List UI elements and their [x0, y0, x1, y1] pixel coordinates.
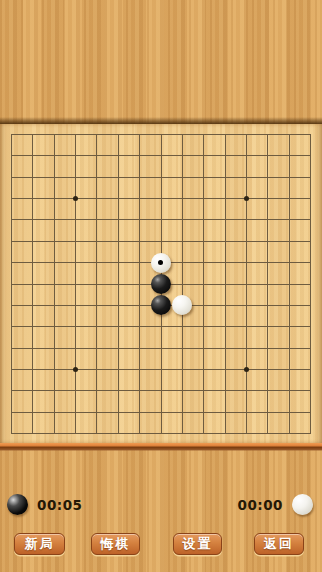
board-cell[interactable]: [65, 423, 86, 444]
board-cell[interactable]: [22, 423, 43, 444]
black-stone-icon: [7, 494, 28, 515]
board-cell[interactable]: [172, 124, 193, 145]
board-cell[interactable]: [1, 273, 22, 294]
board-cell[interactable]: [1, 145, 22, 166]
board-cell[interactable]: [236, 145, 257, 166]
board-cell[interactable]: [65, 145, 86, 166]
white-timer-text: 00:00: [238, 497, 283, 513]
board-cell[interactable]: [214, 188, 235, 209]
board-cell[interactable]: [257, 380, 278, 401]
board-cell[interactable]: [300, 337, 321, 358]
board-cell[interactable]: [278, 188, 299, 209]
board-cell[interactable]: [108, 273, 129, 294]
board-cell[interactable]: [108, 209, 129, 230]
board-cell[interactable]: [300, 231, 321, 252]
board-cell[interactable]: [300, 145, 321, 166]
board-cell[interactable]: [257, 401, 278, 422]
board-cell[interactable]: [22, 295, 43, 316]
bottom-panel: 00:05 00:00 新局 悔棋 设置 返回: [0, 451, 322, 572]
board-cell[interactable]: [257, 145, 278, 166]
board-cell[interactable]: [65, 188, 86, 209]
board-cell[interactable]: [300, 273, 321, 294]
board-cell[interactable]: [236, 188, 257, 209]
board-cell[interactable]: [236, 167, 257, 188]
board-cell[interactable]: [257, 209, 278, 230]
board-cell[interactable]: [86, 401, 107, 422]
board-cell[interactable]: [150, 337, 171, 358]
board-cell[interactable]: [278, 209, 299, 230]
board-cell[interactable]: [44, 145, 65, 166]
board-cell[interactable]: [44, 209, 65, 230]
board-cell[interactable]: [193, 145, 214, 166]
board-cell[interactable]: [22, 273, 43, 294]
board-cell[interactable]: [172, 401, 193, 422]
board-cell[interactable]: [193, 124, 214, 145]
board-cell[interactable]: [129, 124, 150, 145]
board-cell[interactable]: [86, 423, 107, 444]
board-cell[interactable]: [65, 359, 86, 380]
board-cell[interactable]: [257, 252, 278, 273]
board-cell[interactable]: [65, 167, 86, 188]
board-cell[interactable]: [172, 188, 193, 209]
board-cell[interactable]: [108, 423, 129, 444]
board-cell[interactable]: [214, 359, 235, 380]
board-cell[interactable]: [129, 380, 150, 401]
board-cell[interactable]: [86, 295, 107, 316]
undo-button[interactable]: 悔棋: [91, 533, 140, 555]
board-cell[interactable]: [129, 423, 150, 444]
board-cell[interactable]: [172, 423, 193, 444]
board-cell[interactable]: [44, 401, 65, 422]
board-cell[interactable]: [86, 273, 107, 294]
board-cell[interactable]: [44, 167, 65, 188]
board-cell[interactable]: [236, 337, 257, 358]
board-cell[interactable]: [150, 124, 171, 145]
board-cell[interactable]: [278, 337, 299, 358]
board-cell[interactable]: [236, 316, 257, 337]
board-cell[interactable]: [236, 359, 257, 380]
board-cell[interactable]: [214, 380, 235, 401]
board-cell[interactable]: [1, 401, 22, 422]
board-cell[interactable]: [172, 273, 193, 294]
board-cell[interactable]: [150, 316, 171, 337]
board-cell[interactable]: [108, 188, 129, 209]
board-cell[interactable]: [22, 337, 43, 358]
board-cell[interactable]: [150, 401, 171, 422]
board-cell[interactable]: [129, 273, 150, 294]
board-cell[interactable]: [257, 188, 278, 209]
board-cell[interactable]: [236, 380, 257, 401]
board-cell[interactable]: [300, 188, 321, 209]
board-cell[interactable]: [172, 252, 193, 273]
board-cell[interactable]: [22, 188, 43, 209]
board-cell[interactable]: [108, 295, 129, 316]
board-cell[interactable]: [172, 380, 193, 401]
board-cell[interactable]: [22, 252, 43, 273]
board-cell[interactable]: [193, 252, 214, 273]
board-cell[interactable]: [150, 252, 171, 273]
board-cell[interactable]: [172, 231, 193, 252]
board-cell[interactable]: [150, 295, 171, 316]
board-cell[interactable]: [150, 167, 171, 188]
board-cell[interactable]: [129, 252, 150, 273]
board-cell[interactable]: [1, 252, 22, 273]
board-cell[interactable]: [278, 252, 299, 273]
board-cell[interactable]: [22, 316, 43, 337]
board-cell[interactable]: [257, 337, 278, 358]
board-cell[interactable]: [193, 401, 214, 422]
board-cell[interactable]: [44, 273, 65, 294]
board-cell[interactable]: [172, 167, 193, 188]
board-cell[interactable]: [150, 145, 171, 166]
board-cell[interactable]: [129, 231, 150, 252]
board-cell[interactable]: [22, 231, 43, 252]
board-cell[interactable]: [278, 423, 299, 444]
board-cell[interactable]: [1, 295, 22, 316]
board-cell[interactable]: [65, 295, 86, 316]
board-cell[interactable]: [236, 423, 257, 444]
board-cell[interactable]: [86, 167, 107, 188]
board-cell[interactable]: [278, 401, 299, 422]
board-cell[interactable]: [150, 188, 171, 209]
board-cell[interactable]: [278, 295, 299, 316]
board-cell[interactable]: [278, 231, 299, 252]
board-cell[interactable]: [236, 273, 257, 294]
board-cell[interactable]: [193, 380, 214, 401]
board-cell[interactable]: [1, 359, 22, 380]
settings-button[interactable]: 设置: [173, 533, 222, 555]
board-cell[interactable]: [129, 188, 150, 209]
board-cell[interactable]: [257, 423, 278, 444]
board-cell[interactable]: [86, 188, 107, 209]
board-cell[interactable]: [65, 252, 86, 273]
board-cell[interactable]: [300, 209, 321, 230]
board-cell[interactable]: [108, 145, 129, 166]
board-cell[interactable]: [214, 209, 235, 230]
board-cell[interactable]: [172, 145, 193, 166]
board-cell[interactable]: [1, 188, 22, 209]
board-cell[interactable]: [86, 124, 107, 145]
board-cell[interactable]: [86, 380, 107, 401]
board-cell[interactable]: [1, 124, 22, 145]
black-player-timer: 00:05: [7, 494, 82, 515]
board-cell[interactable]: [150, 359, 171, 380]
board-cell[interactable]: [108, 359, 129, 380]
board-cell[interactable]: [44, 295, 65, 316]
board-cell[interactable]: [214, 252, 235, 273]
board-cell[interactable]: [193, 316, 214, 337]
board-cell[interactable]: [193, 209, 214, 230]
board-cell[interactable]: [44, 316, 65, 337]
board-cell[interactable]: [300, 401, 321, 422]
board-cell[interactable]: [44, 337, 65, 358]
board-cell[interactable]: [86, 209, 107, 230]
board-cell[interactable]: [193, 273, 214, 294]
board-cell[interactable]: [214, 401, 235, 422]
board-cell[interactable]: [257, 273, 278, 294]
board-cell[interactable]: [1, 423, 22, 444]
board-cell[interactable]: [22, 359, 43, 380]
black-stone: [151, 274, 171, 294]
board-cell[interactable]: [108, 167, 129, 188]
board-cell[interactable]: [129, 401, 150, 422]
board-cell[interactable]: [236, 295, 257, 316]
board-cell[interactable]: [193, 167, 214, 188]
board-cell[interactable]: [44, 188, 65, 209]
board-cell[interactable]: [22, 209, 43, 230]
board-cell[interactable]: [86, 231, 107, 252]
board-cell[interactable]: [278, 167, 299, 188]
board-cell[interactable]: [172, 337, 193, 358]
board-cell[interactable]: [236, 252, 257, 273]
board-cell[interactable]: [129, 316, 150, 337]
board-cell[interactable]: [1, 209, 22, 230]
board: [0, 117, 322, 451]
board-cell[interactable]: [44, 124, 65, 145]
board-cell[interactable]: [65, 401, 86, 422]
board-cell[interactable]: [172, 209, 193, 230]
board-cell[interactable]: [257, 295, 278, 316]
board-cell[interactable]: [236, 209, 257, 230]
board-cell[interactable]: [150, 273, 171, 294]
board-cell[interactable]: [108, 401, 129, 422]
board-cell[interactable]: [129, 145, 150, 166]
board-cell[interactable]: [278, 145, 299, 166]
board-cell[interactable]: [1, 380, 22, 401]
board-cell[interactable]: [65, 380, 86, 401]
board-cell[interactable]: [214, 124, 235, 145]
board-cell[interactable]: [129, 337, 150, 358]
board-cell[interactable]: [300, 252, 321, 273]
board-cell[interactable]: [300, 316, 321, 337]
board-cell[interactable]: [108, 252, 129, 273]
board-cell[interactable]: [193, 231, 214, 252]
board-cell[interactable]: [44, 423, 65, 444]
board-cell[interactable]: [300, 167, 321, 188]
board-cell[interactable]: [108, 316, 129, 337]
board-cell[interactable]: [172, 359, 193, 380]
board-cell[interactable]: [44, 231, 65, 252]
stone-grid: [1, 124, 321, 444]
board-cell[interactable]: [193, 188, 214, 209]
board-cell[interactable]: [150, 380, 171, 401]
board-cell[interactable]: [214, 145, 235, 166]
board-cell[interactable]: [86, 316, 107, 337]
board-cell[interactable]: [1, 167, 22, 188]
board-cell[interactable]: [172, 295, 193, 316]
board-cell[interactable]: [257, 316, 278, 337]
board-cell[interactable]: [214, 423, 235, 444]
new-game-button[interactable]: 新局: [14, 533, 65, 555]
board-cell[interactable]: [257, 167, 278, 188]
board-cell[interactable]: [22, 145, 43, 166]
board-cell[interactable]: [214, 231, 235, 252]
board-cell[interactable]: [22, 380, 43, 401]
board-cell[interactable]: [214, 167, 235, 188]
board-cell[interactable]: [278, 359, 299, 380]
board-cell[interactable]: [236, 401, 257, 422]
board-cell[interactable]: [86, 337, 107, 358]
board-cell[interactable]: [86, 145, 107, 166]
board-cell[interactable]: [278, 124, 299, 145]
white-stone-last-move: [151, 253, 171, 273]
board-cell[interactable]: [22, 124, 43, 145]
board-cell[interactable]: [278, 380, 299, 401]
board-surface: [0, 124, 322, 443]
board-cell[interactable]: [236, 124, 257, 145]
board-cell[interactable]: [65, 337, 86, 358]
board-cell[interactable]: [214, 316, 235, 337]
board-cell[interactable]: [214, 273, 235, 294]
board-cell[interactable]: [1, 337, 22, 358]
board-cell[interactable]: [65, 273, 86, 294]
board-cell[interactable]: [44, 359, 65, 380]
board-cell[interactable]: [300, 359, 321, 380]
board-cell[interactable]: [129, 167, 150, 188]
white-stone: [172, 295, 192, 315]
board-cell[interactable]: [65, 316, 86, 337]
white-player-timer: 00:00: [238, 494, 313, 515]
board-cell[interactable]: [129, 359, 150, 380]
board-cell[interactable]: [214, 337, 235, 358]
board-cell[interactable]: [193, 359, 214, 380]
board-cell[interactable]: [300, 380, 321, 401]
board-cell[interactable]: [44, 380, 65, 401]
board-cell[interactable]: [65, 209, 86, 230]
board-cell[interactable]: [278, 316, 299, 337]
board-cell[interactable]: [108, 380, 129, 401]
board-cell[interactable]: [108, 124, 129, 145]
board-cell[interactable]: [300, 124, 321, 145]
board-cell[interactable]: [86, 252, 107, 273]
board-cell[interactable]: [300, 295, 321, 316]
board-cell[interactable]: [172, 316, 193, 337]
board-cell[interactable]: [257, 359, 278, 380]
board-cell[interactable]: [65, 124, 86, 145]
board-cell[interactable]: [193, 337, 214, 358]
board-cell[interactable]: [1, 231, 22, 252]
board-cell[interactable]: [278, 273, 299, 294]
black-stone: [151, 295, 171, 315]
board-cell[interactable]: [129, 209, 150, 230]
board-cell[interactable]: [257, 231, 278, 252]
board-cell[interactable]: [22, 167, 43, 188]
board-cell[interactable]: [150, 423, 171, 444]
board-cell[interactable]: [150, 209, 171, 230]
board-cell[interactable]: [108, 337, 129, 358]
board-cell[interactable]: [236, 231, 257, 252]
board-cell[interactable]: [108, 231, 129, 252]
board-cell[interactable]: [129, 295, 150, 316]
board-cell[interactable]: [193, 423, 214, 444]
board-cell[interactable]: [257, 124, 278, 145]
board-cell[interactable]: [44, 252, 65, 273]
board-cell[interactable]: [214, 295, 235, 316]
board-cell[interactable]: [86, 359, 107, 380]
board-cell[interactable]: [150, 231, 171, 252]
board-cell[interactable]: [65, 231, 86, 252]
board-cell[interactable]: [193, 295, 214, 316]
board-cell[interactable]: [300, 423, 321, 444]
white-stone-icon: [292, 494, 313, 515]
board-cell[interactable]: [1, 316, 22, 337]
back-button[interactable]: 返回: [254, 533, 304, 555]
black-timer-text: 00:05: [37, 497, 82, 513]
board-cell[interactable]: [22, 401, 43, 422]
